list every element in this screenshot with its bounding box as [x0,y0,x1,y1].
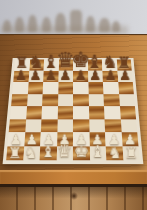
square-g6[interactable] [103,82,119,94]
square-f5[interactable] [88,94,104,106]
square-c5[interactable] [42,94,58,106]
square-b4[interactable] [26,106,42,119]
square-c4[interactable] [41,106,57,119]
square-c1[interactable]: ♝ [40,146,57,160]
chess-photo-scene: ♜♞♝♛♚♝♞♜♟♟♟♟♟♟♟♟♟♟♟♟♟♟♟♟♜♞♝♛♚♝♞♜ [0,0,147,210]
square-d6[interactable] [58,82,73,94]
wood-floor [0,187,147,210]
black-pawn-a7[interactable]: ♟ [15,68,27,81]
square-e3[interactable] [73,119,89,132]
square-h5[interactable] [119,94,135,106]
square-f1[interactable]: ♝ [89,146,106,160]
square-e5[interactable] [73,94,88,106]
square-e4[interactable] [73,106,89,119]
white-bishop-c1[interactable]: ♝ [41,144,55,160]
square-a6[interactable] [12,82,28,94]
square-g5[interactable] [103,94,119,106]
square-f4[interactable] [88,106,104,119]
square-c3[interactable] [41,119,57,132]
square-h3[interactable] [120,119,137,132]
square-g3[interactable] [105,119,122,132]
square-g7[interactable]: ♟ [102,70,117,81]
square-d1[interactable]: ♛ [56,146,73,160]
white-rook-h1[interactable]: ♜ [125,145,139,160]
black-pawn-g7[interactable]: ♟ [104,68,116,81]
white-king-e1[interactable]: ♚ [74,143,89,160]
square-a5[interactable] [11,94,27,106]
square-d3[interactable] [57,119,73,132]
black-pawn-f7[interactable]: ♟ [89,68,101,81]
square-f6[interactable] [88,82,103,94]
square-h1[interactable]: ♜ [122,146,140,160]
black-pawn-c7[interactable]: ♟ [45,68,57,81]
white-rook-a1[interactable]: ♜ [8,145,22,160]
square-a1[interactable]: ♜ [6,146,24,160]
square-e6[interactable] [73,82,88,94]
black-pawn-e7[interactable]: ♟ [74,68,86,81]
square-c7[interactable]: ♟ [43,70,58,81]
square-b1[interactable]: ♞ [23,146,40,160]
square-b3[interactable] [25,119,42,132]
white-knight-b1[interactable]: ♞ [24,145,38,160]
black-pawn-d7[interactable]: ♟ [59,68,71,81]
square-g1[interactable]: ♞ [106,146,123,160]
white-bishop-f1[interactable]: ♝ [91,144,105,160]
square-f7[interactable]: ♟ [88,70,103,81]
chess-board: ♜♞♝♛♚♝♞♜♟♟♟♟♟♟♟♟♟♟♟♟♟♟♟♟♜♞♝♛♚♝♞♜ [3,58,144,164]
black-pawn-h7[interactable]: ♟ [119,68,131,81]
black-pawn-b7[interactable]: ♟ [30,68,42,81]
square-e1[interactable]: ♚ [73,146,90,160]
square-a7[interactable]: ♟ [13,70,29,81]
square-b6[interactable] [27,82,43,94]
square-d7[interactable]: ♟ [58,70,73,81]
square-d4[interactable] [57,106,73,119]
square-b5[interactable] [27,94,43,106]
square-e7[interactable]: ♟ [73,70,88,81]
square-f3[interactable] [89,119,105,132]
square-a3[interactable] [9,119,26,132]
white-queen-d1[interactable]: ♛ [57,143,72,160]
square-g4[interactable] [104,106,120,119]
square-h4[interactable] [119,106,136,119]
table-edge [0,170,147,187]
square-c6[interactable] [43,82,58,94]
square-h6[interactable] [118,82,134,94]
white-knight-g1[interactable]: ♞ [108,145,122,160]
square-a4[interactable] [10,106,27,119]
square-h7[interactable]: ♟ [117,70,133,81]
square-b7[interactable]: ♟ [28,70,43,81]
square-d5[interactable] [58,94,73,106]
